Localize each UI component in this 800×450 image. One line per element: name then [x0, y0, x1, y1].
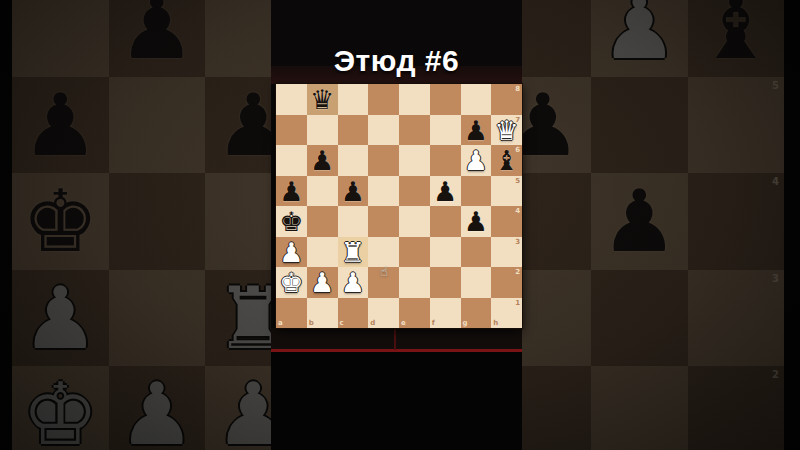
square-b1[interactable]: b — [307, 298, 338, 329]
square-b2[interactable]: ♟ — [307, 267, 338, 298]
main-board[interactable]: ♛8♟7♛♟♟6♝♟♟♟5♚♟4♟♜3♚♟♟2abcdefg1h — [276, 84, 522, 328]
square-e4[interactable] — [399, 206, 430, 237]
square-f5[interactable]: ♟ — [430, 176, 461, 207]
file-label-e: e — [401, 319, 406, 327]
square-h3[interactable]: 3 — [491, 237, 522, 268]
white-rook[interactable]: ♜ — [338, 237, 369, 268]
square-h6[interactable]: 6♝ — [491, 145, 522, 176]
square-h8[interactable]: 8 — [491, 84, 522, 115]
square-b3[interactable] — [307, 237, 338, 268]
square-d6[interactable] — [368, 145, 399, 176]
square-a7[interactable] — [276, 115, 307, 146]
square-e2[interactable] — [399, 267, 430, 298]
square-c7[interactable] — [338, 115, 369, 146]
square-g3[interactable] — [461, 237, 492, 268]
file-label-c: c — [340, 319, 344, 327]
black-king[interactable]: ♚ — [276, 206, 307, 237]
square-e8[interactable] — [399, 84, 430, 115]
square-c6[interactable] — [338, 145, 369, 176]
rank-label-1: 1 — [515, 299, 520, 307]
puzzle-title: Этюд #6 — [271, 44, 522, 78]
rank-label-3: 3 — [515, 238, 520, 246]
square-c1[interactable]: c — [338, 298, 369, 329]
square-a8[interactable] — [276, 84, 307, 115]
square-g1[interactable]: g — [461, 298, 492, 329]
square-f2[interactable] — [430, 267, 461, 298]
square-c2[interactable]: ♟ — [338, 267, 369, 298]
square-b6[interactable]: ♟ — [307, 145, 338, 176]
square-b5[interactable] — [307, 176, 338, 207]
square-a2[interactable]: ♚ — [276, 267, 307, 298]
square-d7[interactable] — [368, 115, 399, 146]
file-label-h: h — [493, 319, 498, 327]
black-pawn[interactable]: ♟ — [461, 206, 492, 237]
square-b4[interactable] — [307, 206, 338, 237]
below-board-strip — [271, 328, 522, 350]
square-b8[interactable]: ♛ — [307, 84, 338, 115]
file-label-d: d — [370, 319, 375, 327]
square-g8[interactable] — [461, 84, 492, 115]
square-e7[interactable] — [399, 115, 430, 146]
rank-label-5: 5 — [515, 177, 520, 185]
rank-label-2: 2 — [515, 268, 520, 276]
square-e6[interactable] — [399, 145, 430, 176]
square-a4[interactable]: ♚ — [276, 206, 307, 237]
square-a1[interactable]: a — [276, 298, 307, 329]
white-pawn[interactable]: ♟ — [307, 267, 338, 298]
square-h1[interactable]: 1h — [491, 298, 522, 329]
file-label-f: f — [432, 319, 435, 327]
square-f6[interactable] — [430, 145, 461, 176]
square-g7[interactable]: ♟ — [461, 115, 492, 146]
white-pawn[interactable]: ♟ — [276, 237, 307, 268]
square-h7[interactable]: 7♛ — [491, 115, 522, 146]
square-d5[interactable] — [368, 176, 399, 207]
square-c3[interactable]: ♜ — [338, 237, 369, 268]
white-queen[interactable]: ♛ — [491, 115, 522, 146]
black-queen[interactable]: ♛ — [307, 84, 338, 115]
square-a3[interactable]: ♟ — [276, 237, 307, 268]
file-label-g: g — [463, 319, 468, 327]
square-d8[interactable] — [368, 84, 399, 115]
black-pawn[interactable]: ♟ — [430, 176, 461, 207]
square-g6[interactable]: ♟ — [461, 145, 492, 176]
square-h5[interactable]: 5 — [491, 176, 522, 207]
rank-label-4: 4 — [515, 207, 520, 215]
black-bishop[interactable]: ♝ — [491, 145, 522, 176]
bottom-black-area — [271, 351, 522, 450]
red-line-horizontal — [271, 349, 522, 352]
square-d4[interactable] — [368, 206, 399, 237]
square-d3[interactable] — [368, 237, 399, 268]
square-f4[interactable] — [430, 206, 461, 237]
black-pawn[interactable]: ♟ — [276, 176, 307, 207]
square-e1[interactable]: e — [399, 298, 430, 329]
file-label-b: b — [309, 319, 314, 327]
square-d1[interactable]: d — [368, 298, 399, 329]
square-f1[interactable]: f — [430, 298, 461, 329]
video-frame: ♟♟♝♟♟♟5♚♟4♟♜3♚♟♟2 Этюд #6 ♛8♟7♛♟♟6♝♟♟♟5♚… — [0, 0, 800, 450]
square-c5[interactable]: ♟ — [338, 176, 369, 207]
white-pawn[interactable]: ♟ — [461, 145, 492, 176]
rank-label-8: 8 — [515, 85, 520, 93]
file-label-a: a — [278, 319, 283, 327]
black-pawn[interactable]: ♟ — [307, 145, 338, 176]
black-pawn[interactable]: ♟ — [461, 115, 492, 146]
square-b7[interactable] — [307, 115, 338, 146]
white-king[interactable]: ♚ — [276, 267, 307, 298]
square-c4[interactable] — [338, 206, 369, 237]
white-pawn[interactable]: ♟ — [338, 267, 369, 298]
square-g2[interactable] — [461, 267, 492, 298]
square-h4[interactable]: 4 — [491, 206, 522, 237]
square-a6[interactable] — [276, 145, 307, 176]
red-line-vertical — [394, 329, 396, 350]
square-f8[interactable] — [430, 84, 461, 115]
square-c8[interactable] — [338, 84, 369, 115]
square-f7[interactable] — [430, 115, 461, 146]
square-e3[interactable] — [399, 237, 430, 268]
black-pawn[interactable]: ♟ — [338, 176, 369, 207]
cursor-hand-icon: ☝ — [380, 264, 388, 279]
square-e5[interactable] — [399, 176, 430, 207]
square-f3[interactable] — [430, 237, 461, 268]
square-g4[interactable]: ♟ — [461, 206, 492, 237]
square-g5[interactable] — [461, 176, 492, 207]
square-h2[interactable]: 2 — [491, 267, 522, 298]
square-a5[interactable]: ♟ — [276, 176, 307, 207]
